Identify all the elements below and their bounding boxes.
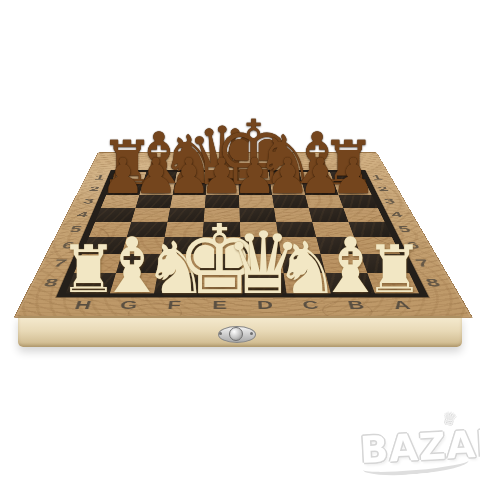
square-a4 xyxy=(343,208,384,222)
file-label-D: D xyxy=(245,299,286,312)
square-f3 xyxy=(170,195,206,208)
square-d3 xyxy=(239,195,274,208)
square-h8 xyxy=(66,273,116,294)
clasp-screw xyxy=(219,332,222,335)
square-c5 xyxy=(276,222,316,237)
square-g6 xyxy=(122,237,165,254)
squares-grid xyxy=(66,172,419,293)
rank-label-right-5: 5 xyxy=(389,225,421,235)
rank-label-right-1: 1 xyxy=(364,174,390,181)
file-label-A: A xyxy=(380,299,426,312)
square-c7 xyxy=(281,254,326,273)
square-f5 xyxy=(165,222,204,237)
square-d2 xyxy=(239,183,273,195)
square-g3 xyxy=(136,195,173,208)
square-g4 xyxy=(131,208,170,222)
square-b3 xyxy=(305,195,343,208)
square-d6 xyxy=(240,237,280,254)
square-c8 xyxy=(284,273,331,294)
file-label-E: E xyxy=(200,299,241,312)
square-d1 xyxy=(238,172,270,183)
box-side-panel xyxy=(18,316,462,347)
square-a7 xyxy=(360,254,409,273)
square-e2 xyxy=(206,183,239,195)
bazar-watermark: BAZAR ♕ xyxy=(355,417,480,480)
file-label-F: F xyxy=(153,299,195,312)
square-b5 xyxy=(312,222,354,237)
square-h5 xyxy=(89,222,131,237)
square-f8 xyxy=(154,273,200,294)
square-h4 xyxy=(95,208,135,222)
rank-label-left-8: 8 xyxy=(32,277,69,290)
square-e4 xyxy=(204,208,240,222)
square-c2 xyxy=(270,183,305,195)
square-f7 xyxy=(158,254,201,273)
square-c4 xyxy=(274,208,312,222)
rank-label-left-3: 3 xyxy=(74,197,102,205)
square-h2 xyxy=(106,183,143,195)
chess-set-photo: HGFEDCBA1234567812345678 ♜♝♞♛♚♞♝♜♟♟♟♟♟♟♟… xyxy=(0,0,480,480)
square-b6 xyxy=(316,237,360,254)
square-e8 xyxy=(198,273,242,294)
square-d7 xyxy=(241,254,284,273)
rank-label-right-3: 3 xyxy=(376,197,405,205)
square-g5 xyxy=(127,222,168,237)
square-b1 xyxy=(299,172,334,183)
square-e1 xyxy=(207,172,239,183)
square-h7 xyxy=(74,254,121,273)
square-f2 xyxy=(173,183,207,195)
square-c3 xyxy=(272,195,309,208)
square-g7 xyxy=(116,254,161,273)
rank-label-right-7: 7 xyxy=(405,258,441,270)
square-a6 xyxy=(354,237,400,254)
square-d4 xyxy=(239,208,276,222)
square-d5 xyxy=(240,222,278,237)
square-f6 xyxy=(161,237,202,254)
file-label-C: C xyxy=(290,299,333,312)
square-a8 xyxy=(367,273,419,294)
swirl-decor xyxy=(217,159,261,168)
square-f1 xyxy=(175,172,208,183)
rank-label-left-7: 7 xyxy=(42,258,77,270)
chessboard-surface: HGFEDCBA1234567812345678 xyxy=(13,152,473,318)
square-a2 xyxy=(334,183,372,195)
square-h1 xyxy=(111,172,146,183)
file-label-G: G xyxy=(107,299,150,312)
square-h3 xyxy=(101,195,139,208)
file-label-B: B xyxy=(335,299,379,312)
clasp-screw xyxy=(250,332,253,335)
rank-label-left-2: 2 xyxy=(81,185,108,192)
square-a3 xyxy=(338,195,377,208)
square-g2 xyxy=(139,183,174,195)
square-g8 xyxy=(110,273,158,294)
metal-clasp xyxy=(216,324,256,344)
rank-label-left-1: 1 xyxy=(87,174,113,181)
square-a5 xyxy=(348,222,392,237)
square-e7 xyxy=(200,254,242,273)
square-c1 xyxy=(269,172,302,183)
square-e6 xyxy=(201,237,241,254)
rank-label-right-4: 4 xyxy=(382,211,412,220)
rank-label-right-6: 6 xyxy=(397,240,431,250)
file-label-H: H xyxy=(61,299,106,312)
square-d8 xyxy=(242,273,287,294)
square-h6 xyxy=(82,237,127,254)
square-f4 xyxy=(167,208,204,222)
square-b7 xyxy=(321,254,368,273)
rank-label-right-2: 2 xyxy=(370,185,397,192)
rank-label-right-8: 8 xyxy=(414,277,452,290)
square-e5 xyxy=(203,222,241,237)
square-c6 xyxy=(278,237,320,254)
clasp-knob xyxy=(229,327,243,341)
square-e3 xyxy=(205,195,240,208)
rank-label-left-6: 6 xyxy=(52,240,85,250)
square-b4 xyxy=(309,208,349,222)
square-b2 xyxy=(302,183,338,195)
rank-label-left-5: 5 xyxy=(60,225,91,235)
hinge xyxy=(229,156,245,158)
square-a1 xyxy=(330,172,366,183)
rank-label-left-4: 4 xyxy=(67,211,96,220)
square-g1 xyxy=(143,172,177,183)
